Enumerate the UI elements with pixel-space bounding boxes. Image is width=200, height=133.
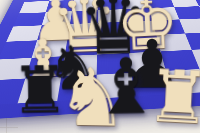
chess-photo-scene: ♟♛♛♚♝♞♟♜♞♝♜: [0, 0, 200, 133]
pieces-layer: ♟♛♛♚♝♞♟♜♞♝♜: [0, 0, 200, 133]
piece-white-rook-e1[interactable]: ♜: [144, 59, 200, 133]
